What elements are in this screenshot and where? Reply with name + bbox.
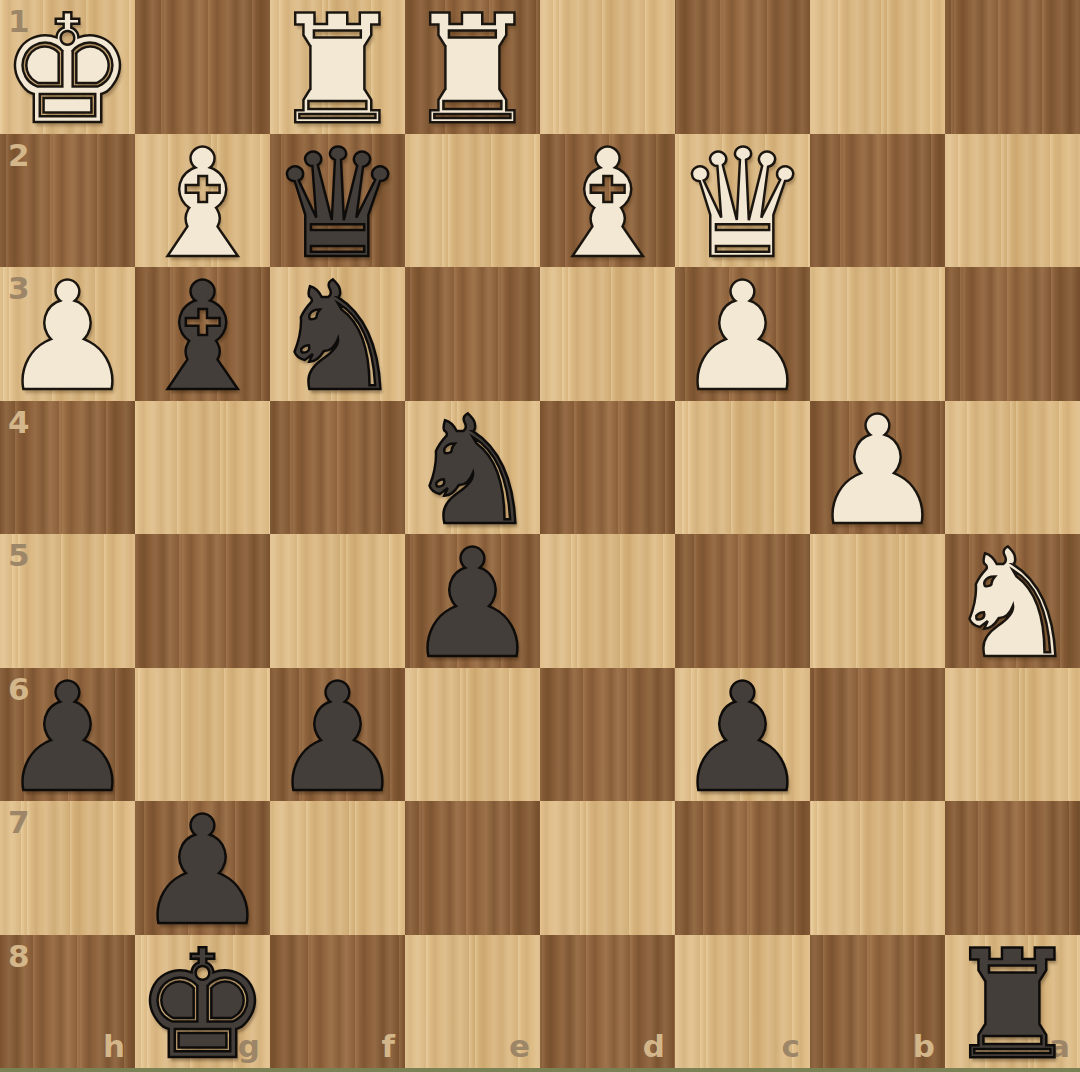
square-g5[interactable] [135, 534, 270, 668]
square-f8[interactable]: f [270, 935, 405, 1069]
square-h5[interactable]: 5 [0, 534, 135, 668]
rank-label-8: 8 [8, 941, 30, 972]
file-label-b: b [913, 1031, 935, 1062]
square-h1[interactable]: 1♚ [0, 0, 135, 134]
square-f5[interactable] [270, 534, 405, 668]
square-c8[interactable]: c [675, 935, 810, 1069]
square-f3[interactable]: ♞ [270, 267, 405, 401]
square-e4[interactable]: ♞ [405, 401, 540, 535]
square-b8[interactable]: b [810, 935, 945, 1069]
piece-black-rook[interactable]: ♜ [945, 938, 1080, 1072]
piece-black-bishop[interactable]: ♝ [135, 270, 270, 404]
square-h8[interactable]: 8h [0, 935, 135, 1069]
square-b2[interactable] [810, 134, 945, 268]
square-b1[interactable] [810, 0, 945, 134]
square-d6[interactable] [540, 668, 675, 802]
piece-black-pawn[interactable]: ♟ [0, 671, 135, 805]
square-a5[interactable]: ♞ [945, 534, 1080, 668]
square-a8[interactable]: a♜ [945, 935, 1080, 1069]
square-b3[interactable] [810, 267, 945, 401]
square-e7[interactable] [405, 801, 540, 935]
chess-board: 1♚♜♜2♝♛♝♛3♟♝♞♟4♞♟5♟♞6♟♟♟7♟8hg♚fedcba♜ [0, 0, 1080, 1068]
piece-black-king[interactable]: ♚ [135, 938, 270, 1072]
square-g8[interactable]: g♚ [135, 935, 270, 1069]
square-f1[interactable]: ♜ [270, 0, 405, 134]
square-b4[interactable]: ♟ [810, 401, 945, 535]
square-a1[interactable] [945, 0, 1080, 134]
square-a4[interactable] [945, 401, 1080, 535]
piece-black-pawn[interactable]: ♟ [675, 671, 810, 805]
file-label-d: d [643, 1031, 665, 1062]
square-f6[interactable]: ♟ [270, 668, 405, 802]
square-g2[interactable]: ♝ [135, 134, 270, 268]
piece-white-bishop[interactable]: ♝ [540, 137, 675, 271]
square-c6[interactable]: ♟ [675, 668, 810, 802]
square-d5[interactable] [540, 534, 675, 668]
square-a2[interactable] [945, 134, 1080, 268]
square-e3[interactable] [405, 267, 540, 401]
square-d7[interactable] [540, 801, 675, 935]
square-g6[interactable] [135, 668, 270, 802]
square-h6[interactable]: 6♟ [0, 668, 135, 802]
piece-white-king[interactable]: ♚ [0, 3, 135, 137]
square-g3[interactable]: ♝ [135, 267, 270, 401]
square-e5[interactable]: ♟ [405, 534, 540, 668]
piece-white-rook[interactable]: ♜ [405, 3, 540, 137]
piece-white-pawn[interactable]: ♟ [0, 270, 135, 404]
square-c2[interactable]: ♛ [675, 134, 810, 268]
square-c1[interactable] [675, 0, 810, 134]
square-d8[interactable]: d [540, 935, 675, 1069]
rank-label-5: 5 [8, 540, 30, 571]
file-label-f: f [382, 1031, 396, 1062]
piece-white-knight[interactable]: ♞ [945, 537, 1080, 671]
square-e1[interactable]: ♜ [405, 0, 540, 134]
square-d4[interactable] [540, 401, 675, 535]
square-c3[interactable]: ♟ [675, 267, 810, 401]
piece-black-knight[interactable]: ♞ [270, 270, 405, 404]
square-e8[interactable]: e [405, 935, 540, 1069]
file-label-e: e [509, 1031, 530, 1062]
square-g1[interactable] [135, 0, 270, 134]
piece-black-pawn[interactable]: ♟ [270, 671, 405, 805]
square-f2[interactable]: ♛ [270, 134, 405, 268]
file-label-h: h [103, 1031, 125, 1062]
piece-white-pawn[interactable]: ♟ [810, 404, 945, 538]
square-c5[interactable] [675, 534, 810, 668]
square-d2[interactable]: ♝ [540, 134, 675, 268]
square-g7[interactable]: ♟ [135, 801, 270, 935]
chess-board-container: 1♚♜♜2♝♛♝♛3♟♝♞♟4♞♟5♟♞6♟♟♟7♟8hg♚fedcba♜ [0, 0, 1080, 1072]
piece-white-pawn[interactable]: ♟ [675, 270, 810, 404]
square-b7[interactable] [810, 801, 945, 935]
square-a7[interactable] [945, 801, 1080, 935]
piece-black-pawn[interactable]: ♟ [405, 537, 540, 671]
square-a3[interactable] [945, 267, 1080, 401]
file-label-c: c [782, 1031, 800, 1062]
square-h3[interactable]: 3♟ [0, 267, 135, 401]
square-b6[interactable] [810, 668, 945, 802]
square-d1[interactable] [540, 0, 675, 134]
